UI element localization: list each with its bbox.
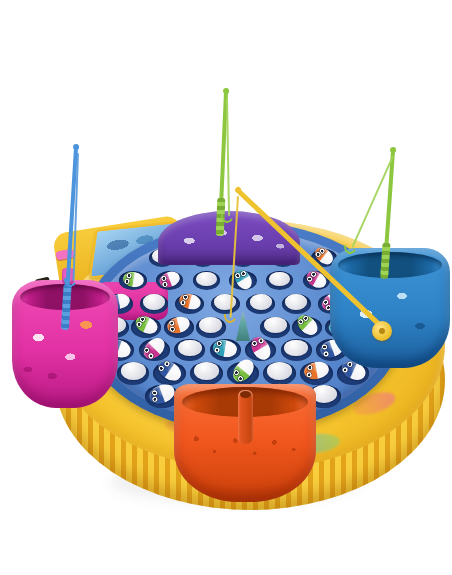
fish-eye	[169, 327, 175, 333]
fishing-line-green-top	[226, 98, 230, 216]
rod-tip	[73, 144, 79, 150]
fish-white-ball[interactable]	[196, 272, 217, 287]
catch-tray-blue[interactable]	[330, 248, 450, 368]
fish-eye	[161, 280, 167, 286]
fish-eye	[322, 344, 328, 350]
rod-yellow-reel[interactable]	[372, 321, 392, 341]
fish-eye	[341, 367, 348, 374]
rod-tip	[223, 88, 229, 94]
fish-eye	[123, 278, 129, 284]
fish-white-ball[interactable]	[264, 317, 287, 333]
fish-eye	[179, 300, 185, 306]
fish-white-ball[interactable]	[284, 340, 308, 357]
fishing-game-toy	[0, 0, 452, 575]
rod-tip	[234, 186, 242, 194]
fish-eye	[306, 366, 312, 372]
fish-eye	[169, 320, 175, 326]
fish-white-ball[interactable]	[199, 317, 222, 333]
fish-white-ball[interactable]	[269, 272, 290, 287]
fish-eye	[151, 390, 157, 396]
rod-tip	[390, 147, 396, 153]
fish-eye	[158, 365, 165, 372]
fish-eye	[257, 338, 264, 345]
fish-eye	[251, 339, 258, 346]
fish-eye	[152, 397, 158, 403]
fish-white-ball[interactable]	[178, 340, 202, 357]
fish-eye	[126, 272, 132, 278]
fish-eye	[306, 372, 312, 378]
fish-eye	[217, 341, 223, 347]
orange-rod-holder-tube	[238, 390, 253, 444]
fish-eye	[147, 352, 154, 359]
fish-eye	[237, 376, 244, 383]
fish-eye	[214, 347, 220, 353]
fish-eye	[322, 350, 328, 356]
fish-eye	[135, 321, 142, 328]
fish-eye	[161, 275, 167, 281]
